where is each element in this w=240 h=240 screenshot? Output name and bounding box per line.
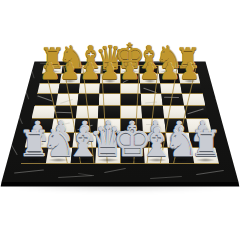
chess-pieces-layer: ♜♞♝♛♚♝♞♜♟♟♟♟♟♟♟♟♟♟♟♟♟♟♟♟♜♞♝♛♚♝♞♜ [0,0,240,240]
silver-rook-h1: ♜ [184,126,227,162]
gold-pawn-h7: ♟ [176,59,204,82]
chess-set-product-photo: ♜♞♝♛♚♝♞♜♟♟♟♟♟♟♟♟♟♟♟♟♟♟♟♟♜♞♝♛♚♝♞♜ [0,0,240,240]
